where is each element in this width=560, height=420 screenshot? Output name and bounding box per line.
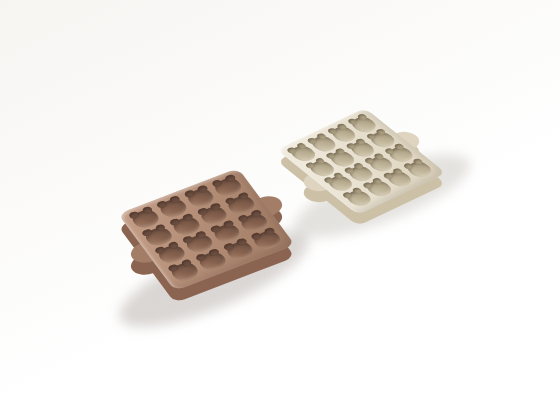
tray-sandy-cream <box>277 150 437 310</box>
tray-body <box>277 108 446 215</box>
product-photo <box>0 0 560 420</box>
tray-body <box>118 168 295 291</box>
cavity-grid <box>128 175 285 284</box>
cavity-grid <box>287 114 437 209</box>
tray-terracotta-brown <box>118 214 278 374</box>
